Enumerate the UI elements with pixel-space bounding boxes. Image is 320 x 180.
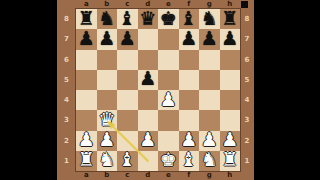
square-a6[interactable] [76, 50, 97, 70]
square-b7[interactable]: ♟ [97, 29, 118, 49]
square-f6[interactable] [179, 50, 200, 70]
file-label-g: g [199, 0, 220, 9]
board-grid: ♜♞♝♛♚♝♞♜♟♟♟♟♟♟♟♟♛♟♟♟♟♟♟♜♞♝♚♝♞♜ [76, 9, 240, 171]
square-d7[interactable] [138, 29, 159, 49]
file-label-d: d [138, 171, 159, 180]
file-labels-top: abcdefgh [76, 0, 240, 9]
rank-label-1: 1 [240, 151, 254, 171]
square-b1[interactable]: ♞ [97, 151, 118, 171]
square-g5[interactable] [199, 70, 220, 90]
square-c4[interactable] [117, 90, 138, 110]
square-g2[interactable]: ♟ [199, 131, 220, 151]
piece-white-pawn: ♟ [221, 131, 238, 150]
square-c5[interactable] [117, 70, 138, 90]
file-label-e: e [158, 171, 179, 180]
piece-black-knight: ♞ [201, 9, 218, 28]
square-c7[interactable]: ♟ [117, 29, 138, 49]
rank-labels-right: 87654321 [240, 9, 254, 171]
piece-black-pawn: ♟ [78, 29, 95, 48]
rank-label-2: 2 [57, 131, 76, 151]
square-c1[interactable]: ♝ [117, 151, 138, 171]
square-a2[interactable]: ♟ [76, 131, 97, 151]
square-a1[interactable]: ♜ [76, 151, 97, 171]
square-d8[interactable]: ♛ [138, 9, 159, 29]
square-h3[interactable] [220, 110, 241, 130]
square-h2[interactable]: ♟ [220, 131, 241, 151]
file-label-a: a [76, 171, 97, 180]
rank-label-2: 2 [240, 131, 254, 151]
piece-white-knight: ♞ [98, 151, 115, 170]
piece-black-pawn: ♟ [98, 29, 115, 48]
file-label-c: c [117, 171, 138, 180]
square-f8[interactable]: ♝ [179, 9, 200, 29]
piece-white-pawn: ♟ [201, 131, 218, 150]
square-d1[interactable] [138, 151, 159, 171]
piece-black-rook: ♜ [221, 9, 238, 28]
file-label-d: d [138, 0, 159, 9]
square-e3[interactable] [158, 110, 179, 130]
file-label-f: f [179, 171, 200, 180]
file-label-b: b [97, 171, 118, 180]
square-c2[interactable] [117, 131, 138, 151]
square-c8[interactable]: ♝ [117, 9, 138, 29]
piece-white-bishop: ♝ [119, 151, 136, 170]
square-g1[interactable]: ♞ [199, 151, 220, 171]
square-b6[interactable] [97, 50, 118, 70]
square-f1[interactable]: ♝ [179, 151, 200, 171]
piece-white-queen: ♛ [98, 110, 115, 129]
video-frame: abcdefgh abcdefgh 87654321 87654321 ♜♞♝♛… [0, 0, 320, 180]
square-e8[interactable]: ♚ [158, 9, 179, 29]
rank-label-5: 5 [240, 70, 254, 90]
square-a7[interactable]: ♟ [76, 29, 97, 49]
square-b5[interactable] [97, 70, 118, 90]
square-b8[interactable]: ♞ [97, 9, 118, 29]
file-labels-bottom: abcdefgh [76, 171, 240, 180]
piece-black-pawn: ♟ [221, 29, 238, 48]
file-label-h: h [220, 0, 241, 9]
piece-white-bishop: ♝ [180, 151, 197, 170]
rank-labels-left: 87654321 [57, 9, 76, 171]
file-label-g: g [199, 171, 220, 180]
piece-black-pawn: ♟ [180, 29, 197, 48]
piece-black-pawn: ♟ [139, 70, 156, 89]
piece-black-knight: ♞ [98, 9, 115, 28]
square-f4[interactable] [179, 90, 200, 110]
piece-white-rook: ♜ [221, 151, 238, 170]
corner-marker [241, 1, 248, 8]
rank-label-7: 7 [57, 29, 76, 49]
square-e6[interactable] [158, 50, 179, 70]
chess-board: abcdefgh abcdefgh 87654321 87654321 ♜♞♝♛… [57, 0, 254, 180]
square-e5[interactable] [158, 70, 179, 90]
square-a5[interactable] [76, 70, 97, 90]
piece-black-king: ♚ [160, 9, 177, 28]
square-d5[interactable]: ♟ [138, 70, 159, 90]
piece-black-rook: ♜ [78, 9, 95, 28]
square-a4[interactable] [76, 90, 97, 110]
piece-white-pawn: ♟ [139, 131, 156, 150]
square-a3[interactable] [76, 110, 97, 130]
square-g7[interactable]: ♟ [199, 29, 220, 49]
file-label-f: f [179, 0, 200, 9]
rank-label-6: 6 [57, 50, 76, 70]
square-f5[interactable] [179, 70, 200, 90]
rank-label-3: 3 [240, 110, 254, 130]
square-e2[interactable] [158, 131, 179, 151]
rank-label-6: 6 [240, 50, 254, 70]
rank-label-3: 3 [57, 110, 76, 130]
square-b2[interactable]: ♟ [97, 131, 118, 151]
square-a8[interactable]: ♜ [76, 9, 97, 29]
square-h7[interactable]: ♟ [220, 29, 241, 49]
piece-white-pawn: ♟ [160, 90, 177, 109]
square-h5[interactable] [220, 70, 241, 90]
square-d4[interactable] [138, 90, 159, 110]
square-e7[interactable] [158, 29, 179, 49]
square-c3[interactable] [117, 110, 138, 130]
piece-black-pawn: ♟ [201, 29, 218, 48]
piece-black-bishop: ♝ [119, 9, 136, 28]
square-g8[interactable]: ♞ [199, 9, 220, 29]
piece-white-rook: ♜ [78, 151, 95, 170]
rank-label-8: 8 [240, 9, 254, 29]
file-label-h: h [220, 171, 241, 180]
square-d2[interactable]: ♟ [138, 131, 159, 151]
square-e4[interactable]: ♟ [158, 90, 179, 110]
rank-label-7: 7 [240, 29, 254, 49]
piece-black-pawn: ♟ [119, 29, 136, 48]
piece-black-queen: ♛ [139, 9, 156, 28]
piece-white-pawn: ♟ [78, 131, 95, 150]
file-label-a: a [76, 0, 97, 9]
square-g3[interactable] [199, 110, 220, 130]
piece-black-bishop: ♝ [180, 9, 197, 28]
rank-label-5: 5 [57, 70, 76, 90]
square-d6[interactable] [138, 50, 159, 70]
square-b4[interactable] [97, 90, 118, 110]
piece-white-pawn: ♟ [98, 131, 115, 150]
square-e1[interactable]: ♚ [158, 151, 179, 171]
square-h4[interactable] [220, 90, 241, 110]
piece-white-king: ♚ [160, 151, 177, 170]
rank-label-1: 1 [57, 151, 76, 171]
rank-label-8: 8 [57, 9, 76, 29]
square-f7[interactable]: ♟ [179, 29, 200, 49]
file-label-c: c [117, 0, 138, 9]
square-h1[interactable]: ♜ [220, 151, 241, 171]
rank-label-4: 4 [57, 90, 76, 110]
file-label-e: e [158, 0, 179, 9]
rank-label-4: 4 [240, 90, 254, 110]
square-h6[interactable] [220, 50, 241, 70]
square-c6[interactable] [117, 50, 138, 70]
square-f2[interactable]: ♟ [179, 131, 200, 151]
square-d3[interactable] [138, 110, 159, 130]
piece-white-knight: ♞ [201, 151, 218, 170]
square-h8[interactable]: ♜ [220, 9, 241, 29]
square-g6[interactable] [199, 50, 220, 70]
square-g4[interactable] [199, 90, 220, 110]
piece-white-pawn: ♟ [180, 131, 197, 150]
square-f3[interactable] [179, 110, 200, 130]
file-label-b: b [97, 0, 118, 9]
square-b3[interactable]: ♛ [97, 110, 118, 130]
